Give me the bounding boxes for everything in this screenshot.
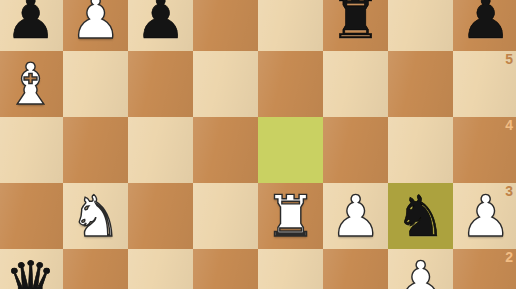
white-pawn[interactable]: ♟ <box>63 0 128 51</box>
square-a2[interactable]: ♛ <box>0 249 63 289</box>
black-pawn[interactable]: ♟ <box>128 0 193 51</box>
chessboard[interactable]: ♟♟♟♜♟♝54♞♜♟♞♟3♛♟2 <box>0 0 516 289</box>
white-rook[interactable]: ♜ <box>258 183 323 249</box>
square-f5[interactable] <box>323 51 388 117</box>
square-g6[interactable] <box>388 0 453 51</box>
square-f2[interactable] <box>323 249 388 289</box>
black-knight[interactable]: ♞ <box>388 183 453 249</box>
white-pawn[interactable]: ♟ <box>453 183 516 249</box>
square-d6[interactable] <box>193 0 258 51</box>
square-h6[interactable]: ♟ <box>453 0 516 51</box>
square-e6[interactable] <box>258 0 323 51</box>
square-c5[interactable] <box>128 51 193 117</box>
black-rook[interactable]: ♜ <box>323 0 388 51</box>
square-a4[interactable] <box>0 117 63 183</box>
square-d3[interactable] <box>193 183 258 249</box>
white-bishop[interactable]: ♝ <box>0 51 63 117</box>
square-c2[interactable] <box>128 249 193 289</box>
black-pawn[interactable]: ♟ <box>453 0 516 51</box>
square-h5[interactable]: 5 <box>453 51 516 117</box>
square-b3[interactable]: ♞ <box>63 183 128 249</box>
square-e5[interactable] <box>258 51 323 117</box>
white-pawn[interactable]: ♟ <box>388 249 453 289</box>
square-c6[interactable]: ♟ <box>128 0 193 51</box>
square-b2[interactable] <box>63 249 128 289</box>
white-pawn[interactable]: ♟ <box>323 183 388 249</box>
square-h4[interactable]: 4 <box>453 117 516 183</box>
square-c3[interactable] <box>128 183 193 249</box>
square-b6[interactable]: ♟ <box>63 0 128 51</box>
black-queen[interactable]: ♛ <box>0 249 63 289</box>
square-g2[interactable]: ♟ <box>388 249 453 289</box>
square-h2[interactable]: 2 <box>453 249 516 289</box>
square-e2[interactable] <box>258 249 323 289</box>
square-b4[interactable] <box>63 117 128 183</box>
square-c4[interactable] <box>128 117 193 183</box>
square-a6[interactable]: ♟ <box>0 0 63 51</box>
square-b5[interactable] <box>63 51 128 117</box>
rank-label-4: 4 <box>505 118 513 133</box>
square-a5[interactable]: ♝ <box>0 51 63 117</box>
square-g5[interactable] <box>388 51 453 117</box>
square-f6[interactable]: ♜ <box>323 0 388 51</box>
square-g3[interactable]: ♞ <box>388 183 453 249</box>
black-pawn[interactable]: ♟ <box>0 0 63 51</box>
square-d4[interactable] <box>193 117 258 183</box>
square-f3[interactable]: ♟ <box>323 183 388 249</box>
square-e4[interactable] <box>258 117 323 183</box>
square-d2[interactable] <box>193 249 258 289</box>
white-knight[interactable]: ♞ <box>63 183 128 249</box>
square-h3[interactable]: ♟3 <box>453 183 516 249</box>
square-a3[interactable] <box>0 183 63 249</box>
square-e3[interactable]: ♜ <box>258 183 323 249</box>
square-f4[interactable] <box>323 117 388 183</box>
square-g4[interactable] <box>388 117 453 183</box>
rank-label-5: 5 <box>505 52 513 67</box>
square-d5[interactable] <box>193 51 258 117</box>
rank-label-2: 2 <box>505 250 513 265</box>
chessboard-viewport: ♟♟♟♜♟♝54♞♜♟♞♟3♛♟2 <box>0 0 516 289</box>
